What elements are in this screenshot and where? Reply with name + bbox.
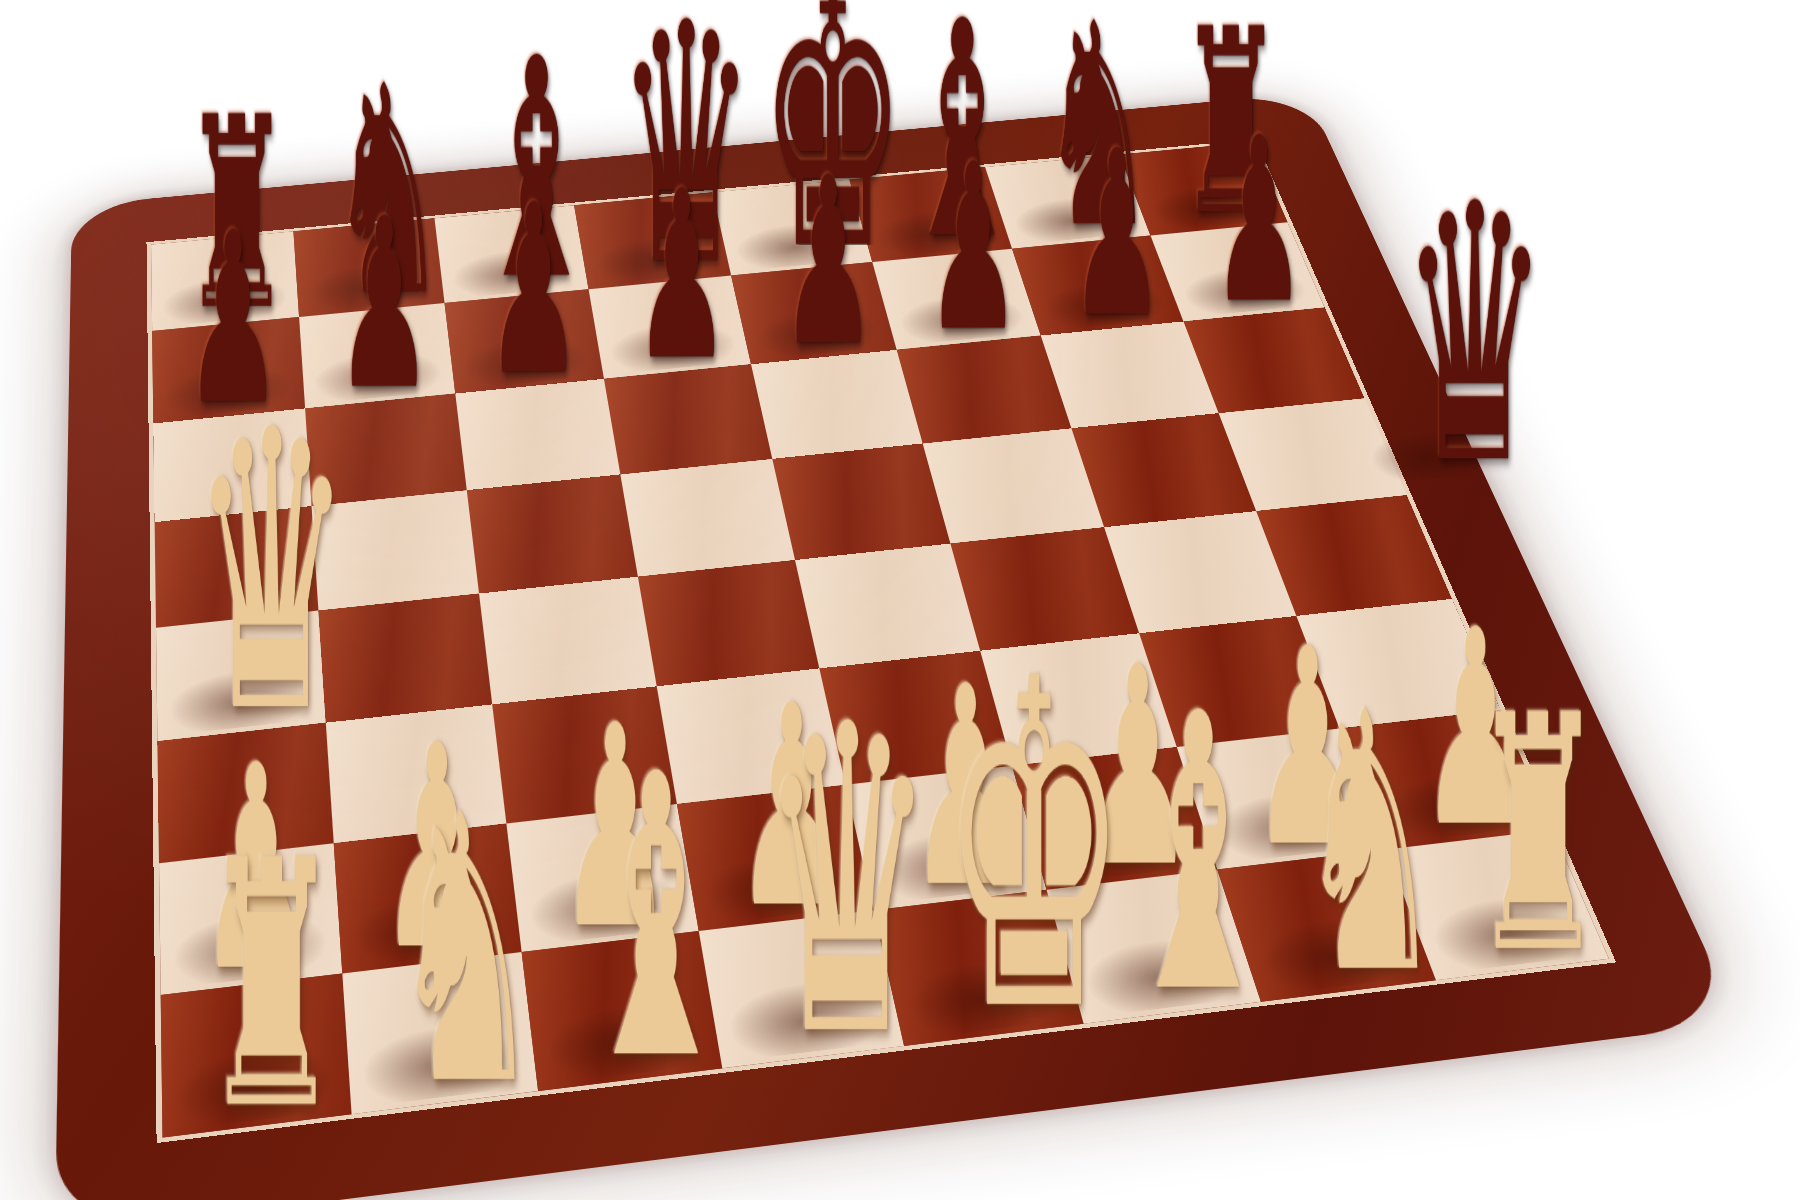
black-pawn-g7[interactable]: ♟ (1070, 138, 1158, 332)
square-c1[interactable]: ♝ (522, 931, 723, 1091)
white-queen-a4[interactable]: ♛ (192, 409, 292, 736)
square-g5[interactable] (1071, 413, 1256, 527)
square-e7[interactable]: ♟ (731, 262, 897, 364)
square-c5[interactable] (467, 474, 638, 593)
board-field: ♜♞♝♛♚♝♞♜♟♟♟♟♟♟♟♟♛♟♟♟♟♟♟♟♟♜♞♝♛♚♝♞♜ (151, 142, 1609, 1137)
square-e6[interactable] (751, 350, 923, 459)
white-bishop-c1[interactable]: ♝ (576, 754, 687, 1085)
white-knight-b1[interactable]: ♞ (390, 795, 502, 1108)
white-rook-a1[interactable]: ♜ (201, 842, 314, 1131)
square-f5[interactable] (923, 428, 1104, 543)
square-e5[interactable] (772, 443, 950, 560)
square-d5[interactable] (620, 459, 795, 577)
chess-board: ♜♞♝♛♚♝♞♜♟♟♟♟♟♟♟♟♛♟♟♟♟♟♟♟♟♜♞♝♛♚♝♞♜ ♛ (55, 93, 1740, 1200)
white-queen-d1[interactable]: ♛ (759, 702, 870, 1063)
square-a1[interactable]: ♜ (161, 973, 352, 1137)
square-d6[interactable] (604, 364, 772, 474)
photo-scene: ♜♞♝♛♚♝♞♜♟♟♟♟♟♟♟♟♛♟♟♟♟♟♟♟♟♜♞♝♛♚♝♞♜ ♛ (0, 0, 1800, 1200)
black-pawn-e7[interactable]: ♟ (781, 164, 870, 360)
white-rook-h1[interactable]: ♜ (1471, 698, 1579, 974)
black-pawn-h7[interactable]: ♟ (1212, 125, 1299, 318)
square-c6[interactable] (455, 379, 620, 490)
square-g7[interactable]: ♟ (1012, 235, 1183, 335)
square-c7[interactable]: ♟ (445, 289, 604, 393)
black-pawn-c7[interactable]: ♟ (486, 192, 575, 390)
black-pawn-d7[interactable]: ♟ (634, 178, 723, 375)
square-d7[interactable]: ♟ (589, 276, 751, 379)
white-king-e1[interactable]: ♚ (941, 656, 1051, 1040)
black-pawn-f7[interactable]: ♟ (926, 151, 1014, 346)
square-b1[interactable]: ♞ (342, 952, 538, 1114)
white-bishop-f1[interactable]: ♝ (1120, 693, 1229, 1017)
black-queen-spare: ♛ (1401, 184, 1483, 486)
white-knight-g1[interactable]: ♞ (1296, 693, 1404, 996)
